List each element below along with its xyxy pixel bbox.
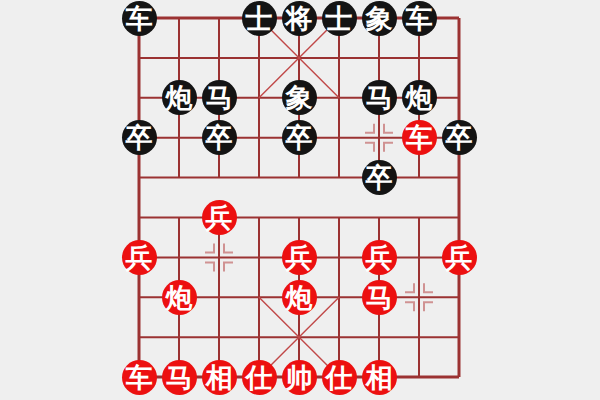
- xiangqi-board[interactable]: 车士将士象车炮马象马炮卒卒卒卒卒车兵兵兵兵兵炮炮马车马相仕帅仕相: [0, 0, 600, 400]
- piece-red-advisor[interactable]: 仕: [322, 360, 357, 395]
- piece-black-elephant[interactable]: 象: [282, 80, 317, 115]
- piece-red-chariot[interactable]: 车: [402, 120, 437, 155]
- piece-red-general[interactable]: 帅: [282, 360, 317, 395]
- piece-grid: 车士将士象车炮马象马炮卒卒卒卒卒车兵兵兵兵兵炮炮马车马相仕帅仕相: [119, 0, 479, 397]
- piece-black-soldier[interactable]: 卒: [442, 120, 477, 155]
- piece-red-cannon[interactable]: 炮: [162, 280, 197, 315]
- piece-red-horse[interactable]: 马: [162, 360, 197, 395]
- piece-black-chariot[interactable]: 车: [122, 1, 157, 36]
- piece-black-advisor[interactable]: 士: [242, 1, 277, 36]
- piece-black-chariot[interactable]: 车: [402, 1, 437, 36]
- piece-black-horse[interactable]: 马: [202, 80, 237, 115]
- piece-red-advisor[interactable]: 仕: [242, 360, 277, 395]
- piece-red-soldier[interactable]: 兵: [282, 240, 317, 275]
- piece-black-soldier[interactable]: 卒: [202, 120, 237, 155]
- piece-black-cannon[interactable]: 炮: [402, 80, 437, 115]
- xiangqi-app: 车士将士象车炮马象马炮卒卒卒卒卒车兵兵兵兵兵炮炮马车马相仕帅仕相: [0, 0, 600, 400]
- piece-red-cannon[interactable]: 炮: [282, 280, 317, 315]
- piece-black-elephant[interactable]: 象: [362, 1, 397, 36]
- piece-red-soldier[interactable]: 兵: [442, 240, 477, 275]
- piece-black-cannon[interactable]: 炮: [162, 80, 197, 115]
- piece-red-soldier[interactable]: 兵: [362, 240, 397, 275]
- piece-red-chariot[interactable]: 车: [122, 360, 157, 395]
- piece-black-horse[interactable]: 马: [362, 80, 397, 115]
- piece-black-soldier[interactable]: 卒: [282, 120, 317, 155]
- piece-black-soldier[interactable]: 卒: [362, 160, 397, 195]
- piece-red-elephant[interactable]: 相: [202, 360, 237, 395]
- piece-red-elephant[interactable]: 相: [362, 360, 397, 395]
- piece-red-horse[interactable]: 马: [362, 280, 397, 315]
- piece-red-soldier[interactable]: 兵: [202, 200, 237, 235]
- piece-red-soldier[interactable]: 兵: [122, 240, 157, 275]
- piece-black-general[interactable]: 将: [282, 1, 317, 36]
- piece-black-advisor[interactable]: 士: [322, 1, 357, 36]
- piece-black-soldier[interactable]: 卒: [122, 120, 157, 155]
